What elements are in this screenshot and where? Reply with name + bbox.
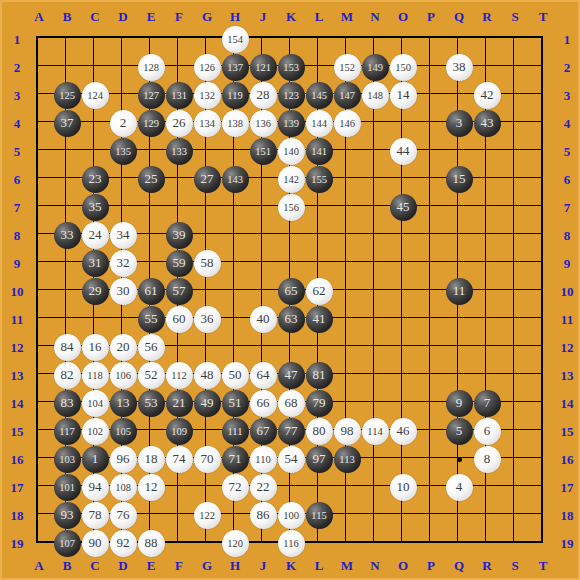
stone-move-number: 109 <box>171 426 187 437</box>
stone-black-K3[interactable]: 123 <box>278 82 305 109</box>
stone-black-H6[interactable]: 143 <box>222 166 249 193</box>
stone-black-L16[interactable]: 97 <box>306 446 333 473</box>
stone-white-E19[interactable]: 88 <box>138 530 165 557</box>
row-label-right-18: 18 <box>555 508 579 523</box>
stone-move-number: 36 <box>201 311 214 327</box>
column-label-bottom-G: G <box>195 558 219 573</box>
stone-white-G9[interactable]: 58 <box>194 250 221 277</box>
stone-move-number: 57 <box>173 283 186 299</box>
stone-white-F16[interactable]: 74 <box>166 446 193 473</box>
stone-move-number: 20 <box>117 339 130 355</box>
stone-move-number: 6 <box>484 423 491 439</box>
row-label-left-10: 10 <box>5 284 29 299</box>
stone-white-E16[interactable]: 18 <box>138 446 165 473</box>
stone-move-number: 143 <box>227 174 243 185</box>
stone-move-number: 96 <box>117 451 130 467</box>
stone-white-B12[interactable]: 84 <box>54 334 81 361</box>
stone-white-C15[interactable]: 102 <box>82 418 109 445</box>
column-label-top-N: N <box>363 9 387 24</box>
stone-white-C8[interactable]: 24 <box>82 222 109 249</box>
stone-black-H15[interactable]: 111 <box>222 418 249 445</box>
stone-white-C19[interactable]: 90 <box>82 530 109 557</box>
stone-move-number: 30 <box>117 283 130 299</box>
stone-move-number: 153 <box>283 62 299 73</box>
stone-move-number: 78 <box>89 507 102 523</box>
stone-white-K14[interactable]: 68 <box>278 390 305 417</box>
stone-black-K4[interactable]: 139 <box>278 110 305 137</box>
column-label-top-J: J <box>251 9 275 24</box>
stone-move-number: 149 <box>367 62 383 73</box>
stone-white-N15[interactable]: 114 <box>362 418 389 445</box>
stone-move-number: 3 <box>456 115 463 131</box>
stone-white-H19[interactable]: 120 <box>222 530 249 557</box>
stone-white-K16[interactable]: 54 <box>278 446 305 473</box>
stone-white-K18[interactable]: 100 <box>278 502 305 529</box>
stone-white-D16[interactable]: 96 <box>110 446 137 473</box>
row-label-left-12: 12 <box>5 340 29 355</box>
stone-white-C13[interactable]: 118 <box>82 362 109 389</box>
stone-white-C3[interactable]: 124 <box>82 82 109 109</box>
row-label-left-16: 16 <box>5 452 29 467</box>
stone-move-number: 25 <box>145 171 158 187</box>
stone-black-E11[interactable]: 55 <box>138 306 165 333</box>
stone-move-number: 51 <box>229 395 242 411</box>
stone-white-F11[interactable]: 60 <box>166 306 193 333</box>
stone-black-J15[interactable]: 67 <box>250 418 277 445</box>
stone-move-number: 62 <box>313 283 326 299</box>
row-label-right-9: 9 <box>555 256 579 271</box>
column-label-bottom-J: J <box>251 558 275 573</box>
column-label-bottom-Q: Q <box>447 558 471 573</box>
row-label-left-8: 8 <box>5 228 29 243</box>
row-label-right-2: 2 <box>555 60 579 75</box>
stone-white-R3[interactable]: 42 <box>474 82 501 109</box>
stone-black-C9[interactable]: 31 <box>82 250 109 277</box>
stone-move-number: 137 <box>227 62 243 73</box>
stone-black-R14[interactable]: 7 <box>474 390 501 417</box>
stone-move-number: 106 <box>115 370 131 381</box>
stone-move-number: 134 <box>199 118 215 129</box>
stone-move-number: 74 <box>173 451 186 467</box>
column-label-bottom-F: F <box>167 558 191 573</box>
stone-black-H2[interactable]: 137 <box>222 54 249 81</box>
row-label-right-12: 12 <box>555 340 579 355</box>
column-label-top-O: O <box>391 9 415 24</box>
row-label-right-16: 16 <box>555 452 579 467</box>
row-label-right-7: 7 <box>555 200 579 215</box>
column-label-bottom-S: S <box>503 558 527 573</box>
stone-black-L5[interactable]: 141 <box>306 138 333 165</box>
stone-black-B14[interactable]: 83 <box>54 390 81 417</box>
stone-white-O2[interactable]: 150 <box>390 54 417 81</box>
row-label-left-9: 9 <box>5 256 29 271</box>
stone-move-number: 116 <box>283 538 298 549</box>
stone-move-number: 100 <box>283 510 299 521</box>
stone-black-D15[interactable]: 105 <box>110 418 137 445</box>
stone-black-B19[interactable]: 107 <box>54 530 81 557</box>
stone-black-B16[interactable]: 103 <box>54 446 81 473</box>
stone-black-O7[interactable]: 45 <box>390 194 417 221</box>
stone-white-G3[interactable]: 132 <box>194 82 221 109</box>
column-label-bottom-R: R <box>475 558 499 573</box>
go-board[interactable]: ABCDEFGHJKLMNOPQRST ABCDEFGHJKLMNOPQRST … <box>0 0 580 580</box>
stone-move-number: 35 <box>89 199 102 215</box>
stone-black-E14[interactable]: 53 <box>138 390 165 417</box>
column-label-top-R: R <box>475 9 499 24</box>
stone-white-D13[interactable]: 106 <box>110 362 137 389</box>
column-label-bottom-L: L <box>307 558 331 573</box>
stone-black-D5[interactable]: 135 <box>110 138 137 165</box>
stone-black-F10[interactable]: 57 <box>166 278 193 305</box>
stone-move-number: 7 <box>484 395 491 411</box>
stone-white-J3[interactable]: 28 <box>250 82 277 109</box>
stone-black-C16[interactable]: 1 <box>82 446 109 473</box>
stone-move-number: 45 <box>397 199 410 215</box>
stone-white-O15[interactable]: 46 <box>390 418 417 445</box>
stone-move-number: 86 <box>257 507 270 523</box>
row-label-right-4: 4 <box>555 116 579 131</box>
stone-black-F14[interactable]: 21 <box>166 390 193 417</box>
row-label-right-6: 6 <box>555 172 579 187</box>
stone-move-number: 126 <box>199 62 215 73</box>
stone-move-number: 46 <box>397 423 410 439</box>
stone-black-M16[interactable]: 113 <box>334 446 361 473</box>
row-label-left-19: 19 <box>5 536 29 551</box>
stone-black-M3[interactable]: 147 <box>334 82 361 109</box>
stone-white-N3[interactable]: 148 <box>362 82 389 109</box>
stone-move-number: 120 <box>227 538 243 549</box>
column-label-bottom-A: A <box>27 558 51 573</box>
stone-move-number: 4 <box>456 479 463 495</box>
stone-white-D19[interactable]: 92 <box>110 530 137 557</box>
stone-move-number: 32 <box>117 255 130 271</box>
stone-white-C12[interactable]: 16 <box>82 334 109 361</box>
stone-white-K5[interactable]: 140 <box>278 138 305 165</box>
stone-black-H3[interactable]: 119 <box>222 82 249 109</box>
row-label-left-6: 6 <box>5 172 29 187</box>
column-label-bottom-C: C <box>83 558 107 573</box>
stone-black-B18[interactable]: 93 <box>54 502 81 529</box>
stone-white-D10[interactable]: 30 <box>110 278 137 305</box>
stone-move-number: 76 <box>117 507 130 523</box>
stone-move-number: 115 <box>311 510 326 521</box>
stone-black-C6[interactable]: 23 <box>82 166 109 193</box>
stone-move-number: 151 <box>255 146 271 157</box>
stone-move-number: 108 <box>115 482 131 493</box>
stone-move-number: 71 <box>229 451 242 467</box>
stone-move-number: 61 <box>145 283 158 299</box>
stone-white-L15[interactable]: 80 <box>306 418 333 445</box>
stone-move-number: 127 <box>143 90 159 101</box>
stone-black-B8[interactable]: 33 <box>54 222 81 249</box>
stone-white-O17[interactable]: 10 <box>390 474 417 501</box>
stone-white-G18[interactable]: 122 <box>194 502 221 529</box>
stone-black-Q4[interactable]: 3 <box>446 110 473 137</box>
column-label-top-E: E <box>139 9 163 24</box>
stone-white-D17[interactable]: 108 <box>110 474 137 501</box>
stone-white-Q2[interactable]: 38 <box>446 54 473 81</box>
stone-black-F15[interactable]: 109 <box>166 418 193 445</box>
stone-black-Q15[interactable]: 5 <box>446 418 473 445</box>
column-label-bottom-D: D <box>111 558 135 573</box>
stone-white-J17[interactable]: 22 <box>250 474 277 501</box>
stone-move-number: 2 <box>120 115 127 131</box>
column-label-top-B: B <box>55 9 79 24</box>
stone-move-number: 26 <box>173 115 186 131</box>
stone-white-G4[interactable]: 134 <box>194 110 221 137</box>
stone-move-number: 16 <box>89 339 102 355</box>
column-label-top-L: L <box>307 9 331 24</box>
stone-white-K7[interactable]: 156 <box>278 194 305 221</box>
stone-move-number: 64 <box>257 367 270 383</box>
stone-white-C17[interactable]: 94 <box>82 474 109 501</box>
row-label-right-11: 11 <box>555 312 579 327</box>
stone-white-C18[interactable]: 78 <box>82 502 109 529</box>
stone-move-number: 52 <box>145 367 158 383</box>
stone-black-K2[interactable]: 153 <box>278 54 305 81</box>
stone-move-number: 13 <box>117 395 130 411</box>
stone-white-D9[interactable]: 32 <box>110 250 137 277</box>
stone-move-number: 132 <box>199 90 215 101</box>
stone-move-number: 11 <box>453 283 466 299</box>
stone-black-G6[interactable]: 27 <box>194 166 221 193</box>
stone-white-J4[interactable]: 136 <box>250 110 277 137</box>
column-label-bottom-B: B <box>55 558 79 573</box>
column-label-top-C: C <box>83 9 107 24</box>
stone-white-J11[interactable]: 40 <box>250 306 277 333</box>
stone-move-number: 105 <box>115 426 131 437</box>
stone-white-D8[interactable]: 34 <box>110 222 137 249</box>
stone-move-number: 131 <box>171 90 187 101</box>
stone-move-number: 102 <box>87 426 103 437</box>
stone-white-H1[interactable]: 154 <box>222 26 249 53</box>
stone-white-G16[interactable]: 70 <box>194 446 221 473</box>
stone-black-E10[interactable]: 61 <box>138 278 165 305</box>
stone-white-G11[interactable]: 36 <box>194 306 221 333</box>
row-label-right-3: 3 <box>555 88 579 103</box>
stone-white-D12[interactable]: 20 <box>110 334 137 361</box>
row-label-right-15: 15 <box>555 424 579 439</box>
stone-move-number: 88 <box>145 535 158 551</box>
stone-black-L13[interactable]: 81 <box>306 362 333 389</box>
stone-black-C10[interactable]: 29 <box>82 278 109 305</box>
stone-white-E2[interactable]: 128 <box>138 54 165 81</box>
stone-black-K11[interactable]: 63 <box>278 306 305 333</box>
stone-white-D4[interactable]: 2 <box>110 110 137 137</box>
stone-white-E17[interactable]: 12 <box>138 474 165 501</box>
stone-move-number: 55 <box>145 311 158 327</box>
stone-move-number: 34 <box>117 227 130 243</box>
stone-move-number: 82 <box>61 367 74 383</box>
stone-white-Q17[interactable]: 4 <box>446 474 473 501</box>
column-label-top-A: A <box>27 9 51 24</box>
stone-white-M2[interactable]: 152 <box>334 54 361 81</box>
stone-black-B4[interactable]: 37 <box>54 110 81 137</box>
column-label-top-T: T <box>531 9 555 24</box>
stone-move-number: 12 <box>145 479 158 495</box>
stone-move-number: 23 <box>89 171 102 187</box>
stone-black-H16[interactable]: 71 <box>222 446 249 473</box>
stone-move-number: 142 <box>283 174 299 185</box>
stone-move-number: 110 <box>255 454 270 465</box>
stone-white-J16[interactable]: 110 <box>250 446 277 473</box>
stone-white-B13[interactable]: 82 <box>54 362 81 389</box>
stone-black-B15[interactable]: 117 <box>54 418 81 445</box>
stone-white-L4[interactable]: 144 <box>306 110 333 137</box>
stone-black-B17[interactable]: 101 <box>54 474 81 501</box>
stone-white-H4[interactable]: 138 <box>222 110 249 137</box>
stone-move-number: 114 <box>367 426 382 437</box>
stone-white-G13[interactable]: 48 <box>194 362 221 389</box>
stone-white-F4[interactable]: 26 <box>166 110 193 137</box>
column-label-bottom-E: E <box>139 558 163 573</box>
stone-move-number: 72 <box>229 479 242 495</box>
stone-move-number: 93 <box>61 507 74 523</box>
stone-move-number: 92 <box>117 535 130 551</box>
stone-black-R4[interactable]: 43 <box>474 110 501 137</box>
stone-black-E4[interactable]: 129 <box>138 110 165 137</box>
column-label-bottom-T: T <box>531 558 555 573</box>
stone-move-number: 24 <box>89 227 102 243</box>
stone-move-number: 22 <box>257 479 270 495</box>
stone-white-G2[interactable]: 126 <box>194 54 221 81</box>
stone-black-D14[interactable]: 13 <box>110 390 137 417</box>
stone-white-F13[interactable]: 112 <box>166 362 193 389</box>
stone-move-number: 154 <box>227 34 243 45</box>
stone-move-number: 136 <box>255 118 271 129</box>
stone-move-number: 10 <box>397 479 410 495</box>
stone-move-number: 42 <box>481 87 494 103</box>
column-label-bottom-N: N <box>363 558 387 573</box>
stone-white-C14[interactable]: 104 <box>82 390 109 417</box>
column-label-bottom-O: O <box>391 558 415 573</box>
stone-black-B3[interactable]: 125 <box>54 82 81 109</box>
stone-black-N2[interactable]: 149 <box>362 54 389 81</box>
row-label-left-4: 4 <box>5 116 29 131</box>
column-label-bottom-M: M <box>335 558 359 573</box>
stone-white-H17[interactable]: 72 <box>222 474 249 501</box>
stone-move-number: 81 <box>313 367 326 383</box>
stone-move-number: 56 <box>145 339 158 355</box>
stone-black-L6[interactable]: 155 <box>306 166 333 193</box>
stone-move-number: 155 <box>311 174 327 185</box>
stone-move-number: 90 <box>89 535 102 551</box>
stone-move-number: 66 <box>257 395 270 411</box>
stone-move-number: 5 <box>456 423 463 439</box>
column-label-top-S: S <box>503 9 527 24</box>
stone-white-R16[interactable]: 8 <box>474 446 501 473</box>
stone-black-Q6[interactable]: 15 <box>446 166 473 193</box>
stone-white-O3[interactable]: 14 <box>390 82 417 109</box>
stone-black-K10[interactable]: 65 <box>278 278 305 305</box>
stone-white-E13[interactable]: 52 <box>138 362 165 389</box>
stone-black-F3[interactable]: 131 <box>166 82 193 109</box>
stone-move-number: 27 <box>201 171 214 187</box>
stone-white-J18[interactable]: 86 <box>250 502 277 529</box>
stone-move-number: 70 <box>201 451 214 467</box>
stone-move-number: 152 <box>339 62 355 73</box>
stone-move-number: 31 <box>89 255 102 271</box>
row-label-left-7: 7 <box>5 200 29 215</box>
row-label-right-8: 8 <box>555 228 579 243</box>
stone-move-number: 49 <box>201 395 214 411</box>
stone-black-J5[interactable]: 151 <box>250 138 277 165</box>
column-label-top-F: F <box>167 9 191 24</box>
stone-white-R15[interactable]: 6 <box>474 418 501 445</box>
stone-black-K15[interactable]: 77 <box>278 418 305 445</box>
stone-white-D18[interactable]: 76 <box>110 502 137 529</box>
stone-move-number: 8 <box>484 451 491 467</box>
stone-black-E6[interactable]: 25 <box>138 166 165 193</box>
row-label-left-15: 15 <box>5 424 29 439</box>
stone-white-J14[interactable]: 66 <box>250 390 277 417</box>
stone-black-H14[interactable]: 51 <box>222 390 249 417</box>
stone-move-number: 133 <box>171 146 187 157</box>
stone-move-number: 63 <box>285 311 298 327</box>
stone-black-Q14[interactable]: 9 <box>446 390 473 417</box>
row-label-left-17: 17 <box>5 480 29 495</box>
stone-move-number: 150 <box>395 62 411 73</box>
stone-black-L3[interactable]: 145 <box>306 82 333 109</box>
stone-black-G14[interactable]: 49 <box>194 390 221 417</box>
stone-black-F8[interactable]: 39 <box>166 222 193 249</box>
stone-black-F9[interactable]: 59 <box>166 250 193 277</box>
stone-move-number: 118 <box>87 370 102 381</box>
stone-move-number: 123 <box>283 90 299 101</box>
stone-move-number: 48 <box>201 367 214 383</box>
stone-white-E12[interactable]: 56 <box>138 334 165 361</box>
stone-black-Q10[interactable]: 11 <box>446 278 473 305</box>
stone-white-M15[interactable]: 98 <box>334 418 361 445</box>
stone-move-number: 156 <box>283 202 299 213</box>
row-label-left-14: 14 <box>5 396 29 411</box>
stone-move-number: 80 <box>313 423 326 439</box>
stone-black-C7[interactable]: 35 <box>82 194 109 221</box>
stone-move-number: 122 <box>199 510 215 521</box>
row-label-left-11: 11 <box>5 312 29 327</box>
stone-white-J13[interactable]: 64 <box>250 362 277 389</box>
stone-white-L10[interactable]: 62 <box>306 278 333 305</box>
column-label-top-G: G <box>195 9 219 24</box>
stone-move-number: 18 <box>145 451 158 467</box>
stone-black-J2[interactable]: 121 <box>250 54 277 81</box>
stone-move-number: 21 <box>173 395 186 411</box>
stone-move-number: 58 <box>201 255 214 271</box>
stone-white-K6[interactable]: 142 <box>278 166 305 193</box>
stone-move-number: 50 <box>229 367 242 383</box>
stone-black-L18[interactable]: 115 <box>306 502 333 529</box>
stone-move-number: 59 <box>173 255 186 271</box>
stone-white-H13[interactable]: 50 <box>222 362 249 389</box>
row-label-left-5: 5 <box>5 144 29 159</box>
stone-black-E3[interactable]: 127 <box>138 82 165 109</box>
stone-move-number: 60 <box>173 311 186 327</box>
column-label-top-Q: Q <box>447 9 471 24</box>
stone-move-number: 119 <box>227 90 242 101</box>
row-label-right-5: 5 <box>555 144 579 159</box>
stone-move-number: 14 <box>397 87 410 103</box>
stone-move-number: 128 <box>143 62 159 73</box>
stone-white-K19[interactable]: 116 <box>278 530 305 557</box>
stone-white-O5[interactable]: 44 <box>390 138 417 165</box>
stone-black-L14[interactable]: 79 <box>306 390 333 417</box>
stone-white-M4[interactable]: 146 <box>334 110 361 137</box>
stone-black-K13[interactable]: 47 <box>278 362 305 389</box>
row-label-right-17: 17 <box>555 480 579 495</box>
stone-black-L11[interactable]: 41 <box>306 306 333 333</box>
stone-black-F5[interactable]: 133 <box>166 138 193 165</box>
stone-move-number: 79 <box>313 395 326 411</box>
